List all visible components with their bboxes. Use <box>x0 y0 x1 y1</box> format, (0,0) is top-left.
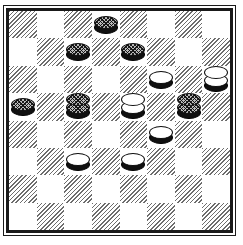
square-r6c1-light[interactable] <box>9 148 37 175</box>
square-r2c1-light[interactable] <box>9 38 37 65</box>
square-r2c8-hatched[interactable] <box>202 38 230 65</box>
square-r3c3-hatched[interactable] <box>64 66 92 93</box>
square-r8c7-light[interactable] <box>175 203 203 230</box>
square-r5c6-light[interactable] <box>147 121 175 148</box>
square-r5c1-hatched[interactable] <box>9 121 37 148</box>
square-r7c3-hatched[interactable] <box>64 175 92 202</box>
square-r6c8-hatched[interactable] <box>202 148 230 175</box>
piece-disc-top <box>149 71 173 84</box>
square-r8c6-hatched[interactable] <box>147 203 175 230</box>
white-man-piece[interactable] <box>147 118 175 148</box>
black-man-piece[interactable] <box>64 35 92 65</box>
piece-disc-top <box>121 43 145 56</box>
black-man-piece[interactable] <box>92 8 120 38</box>
piece-disc-top <box>204 66 228 79</box>
square-r1c3-hatched[interactable] <box>64 11 92 38</box>
square-r2c6-hatched[interactable] <box>147 38 175 65</box>
square-r4c7-light[interactable] <box>175 93 203 120</box>
square-r2c4-hatched[interactable] <box>92 38 120 65</box>
piece-disc-top <box>66 43 90 56</box>
square-r8c5-light[interactable] <box>120 203 148 230</box>
square-r8c8-hatched[interactable] <box>202 203 230 230</box>
square-r1c2-light[interactable] <box>37 11 65 38</box>
piece-disc-top <box>66 153 90 166</box>
square-r1c7-hatched[interactable] <box>175 11 203 38</box>
square-r7c7-hatched[interactable] <box>175 175 203 202</box>
square-r1c1-hatched[interactable] <box>9 11 37 38</box>
square-r6c2-hatched[interactable] <box>37 148 65 175</box>
square-r6c6-hatched[interactable] <box>147 148 175 175</box>
square-r5c8-light[interactable] <box>202 121 230 148</box>
square-r2c3-light[interactable] <box>64 38 92 65</box>
white-man-piece[interactable] <box>147 63 175 93</box>
square-r3c6-light[interactable] <box>147 66 175 93</box>
page <box>0 0 243 245</box>
piece-disc-top <box>94 16 118 29</box>
square-r3c5-hatched[interactable] <box>120 66 148 93</box>
black-king-piece[interactable] <box>175 90 203 120</box>
square-r6c7-light[interactable] <box>175 148 203 175</box>
piece-disc-top <box>11 98 35 111</box>
piece-disc-top <box>121 153 145 166</box>
black-man-piece[interactable] <box>9 90 37 120</box>
white-man-piece[interactable] <box>120 145 148 175</box>
square-r1c8-light[interactable] <box>202 11 230 38</box>
square-r3c7-hatched[interactable] <box>175 66 203 93</box>
white-man-piece[interactable] <box>64 145 92 175</box>
square-r4c6-hatched[interactable] <box>147 93 175 120</box>
square-r6c4-hatched[interactable] <box>92 148 120 175</box>
square-r3c4-light[interactable] <box>92 66 120 93</box>
board-inner-frame <box>6 8 233 233</box>
square-r4c8-hatched[interactable] <box>202 93 230 120</box>
square-r7c5-hatched[interactable] <box>120 175 148 202</box>
square-r7c8-light[interactable] <box>202 175 230 202</box>
square-r6c3-light[interactable] <box>64 148 92 175</box>
white-king-piece[interactable] <box>120 90 148 120</box>
square-r4c4-hatched[interactable] <box>92 93 120 120</box>
square-r1c6-light[interactable] <box>147 11 175 38</box>
piece-disc-top <box>121 93 145 106</box>
square-r2c2-hatched[interactable] <box>37 38 65 65</box>
square-r4c1-light[interactable] <box>9 93 37 120</box>
square-r8c3-light[interactable] <box>64 203 92 230</box>
square-r1c4-light[interactable] <box>92 11 120 38</box>
square-r3c1-hatched[interactable] <box>9 66 37 93</box>
piece-disc-top <box>149 126 173 139</box>
square-r7c2-light[interactable] <box>37 175 65 202</box>
square-r8c1-light[interactable] <box>9 203 37 230</box>
square-r5c5-hatched[interactable] <box>120 121 148 148</box>
square-r4c2-hatched[interactable] <box>37 93 65 120</box>
piece-disc-top <box>66 93 90 106</box>
square-r5c2-light[interactable] <box>37 121 65 148</box>
square-r5c4-light[interactable] <box>92 121 120 148</box>
square-r8c2-hatched[interactable] <box>37 203 65 230</box>
square-r6c5-light[interactable] <box>120 148 148 175</box>
black-king-piece[interactable] <box>64 90 92 120</box>
white-king-piece[interactable] <box>202 63 230 93</box>
square-r7c4-light[interactable] <box>92 175 120 202</box>
square-r5c3-hatched[interactable] <box>64 121 92 148</box>
square-r3c2-light[interactable] <box>37 66 65 93</box>
black-man-piece[interactable] <box>120 35 148 65</box>
piece-disc-top <box>177 93 201 106</box>
square-r3c8-light[interactable] <box>202 66 230 93</box>
board-outer-frame <box>3 5 236 236</box>
square-r8c4-hatched[interactable] <box>92 203 120 230</box>
checkers-board <box>9 11 230 230</box>
square-r7c6-light[interactable] <box>147 175 175 202</box>
square-r4c5-light[interactable] <box>120 93 148 120</box>
square-r4c3-light[interactable] <box>64 93 92 120</box>
square-r7c1-hatched[interactable] <box>9 175 37 202</box>
square-r5c7-hatched[interactable] <box>175 121 203 148</box>
square-r1c5-hatched[interactable] <box>120 11 148 38</box>
square-r2c5-light[interactable] <box>120 38 148 65</box>
square-r2c7-light[interactable] <box>175 38 203 65</box>
